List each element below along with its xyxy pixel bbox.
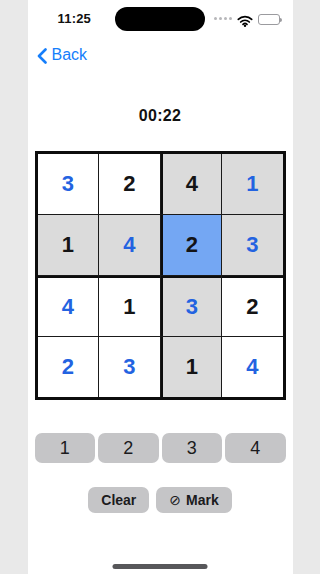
status-icons [214,13,280,25]
clear-label: Clear [101,492,136,508]
sudoku-cell-r3c2[interactable]: 1 [99,276,160,336]
numpad-button-3[interactable]: 3 [162,433,223,463]
sudoku-cell-r3c3[interactable]: 3 [161,276,222,336]
sudoku-cell-r4c1[interactable]: 2 [38,337,99,397]
sudoku-cell-r4c3[interactable]: 1 [161,337,222,397]
game-timer: 00:22 [28,107,293,125]
numpad-button-2[interactable]: 2 [98,433,159,463]
status-bar: 11:25 [28,0,293,34]
cellular-signal-icon [214,17,232,22]
wifi-icon [237,13,253,25]
mark-label: Mark [186,492,219,508]
sudoku-cell-r1c2[interactable]: 2 [99,154,160,214]
sudoku-cell-r2c1[interactable]: 1 [38,215,99,275]
sudoku-cell-r2c3[interactable]: 2 [161,215,222,275]
clear-button[interactable]: Clear [88,487,149,513]
app-screen: 11:25 Back 00:22 3241142341322314 1234 [28,0,293,574]
status-time: 11:25 [58,11,92,26]
sudoku-cell-r4c2[interactable]: 3 [99,337,160,397]
mark-button[interactable]: ⊘ Mark [156,487,231,513]
sudoku-cell-r1c4[interactable]: 1 [222,154,283,214]
numpad-button-1[interactable]: 1 [35,433,96,463]
battery-icon [258,14,280,25]
numpad-button-4[interactable]: 4 [225,433,286,463]
slashed-circle-icon: ⊘ [169,493,181,507]
notch [115,7,205,31]
sudoku-cell-r3c1[interactable]: 4 [38,276,99,336]
home-indicator[interactable] [113,564,208,569]
sudoku-cell-r2c2[interactable]: 4 [99,215,160,275]
sudoku-board: 3241142341322314 [35,151,286,400]
chevron-left-icon [37,48,47,63]
back-button[interactable]: Back [28,34,107,66]
sudoku-cell-r4c4[interactable]: 4 [222,337,283,397]
sudoku-cell-r3c4[interactable]: 2 [222,276,283,336]
sudoku-cell-r1c3[interactable]: 4 [161,154,222,214]
sudoku-cell-r2c4[interactable]: 3 [222,215,283,275]
action-bar: Clear ⊘ Mark [28,487,293,513]
number-pad: 1234 [35,433,286,463]
back-label: Back [52,46,88,64]
sudoku-cell-r1c1[interactable]: 3 [38,154,99,214]
